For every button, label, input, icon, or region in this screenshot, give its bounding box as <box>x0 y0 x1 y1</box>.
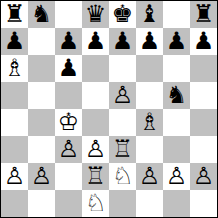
piece-black-king: ♚ <box>112 1 134 28</box>
piece-white-pawn: ♙ <box>139 163 161 190</box>
square-b3[interactable] <box>28 136 55 163</box>
piece-black-rook: ♜ <box>4 1 26 28</box>
square-c7[interactable]: ♟ <box>55 28 82 55</box>
square-h8[interactable]: ♜ <box>190 1 217 28</box>
piece-black-knight: ♞ <box>31 1 53 28</box>
square-e8[interactable]: ♚ <box>109 1 136 28</box>
square-g7[interactable]: ♟ <box>163 28 190 55</box>
square-d3[interactable]: ♙ <box>82 136 109 163</box>
square-c5[interactable] <box>55 82 82 109</box>
square-d8[interactable]: ♛ <box>82 1 109 28</box>
piece-black-pawn: ♟ <box>4 28 26 55</box>
piece-white-rook: ♖ <box>85 163 107 190</box>
square-c1[interactable] <box>55 190 82 217</box>
square-h5[interactable] <box>190 82 217 109</box>
square-b6[interactable] <box>28 55 55 82</box>
square-a4[interactable] <box>1 109 28 136</box>
square-d2[interactable]: ♖ <box>82 163 109 190</box>
piece-black-pawn: ♟ <box>58 28 80 55</box>
square-h4[interactable] <box>190 109 217 136</box>
square-e4[interactable] <box>109 109 136 136</box>
square-c2[interactable] <box>55 163 82 190</box>
piece-white-pawn: ♙ <box>58 136 80 163</box>
piece-white-king: ♔ <box>58 109 80 136</box>
square-c8[interactable] <box>55 1 82 28</box>
square-d6[interactable] <box>82 55 109 82</box>
square-f1[interactable] <box>136 190 163 217</box>
square-e1[interactable] <box>109 190 136 217</box>
square-h6[interactable] <box>190 55 217 82</box>
square-h7[interactable]: ♟ <box>190 28 217 55</box>
piece-white-knight: ♘ <box>112 163 134 190</box>
square-b4[interactable] <box>28 109 55 136</box>
square-b7[interactable] <box>28 28 55 55</box>
square-d7[interactable]: ♟ <box>82 28 109 55</box>
piece-white-pawn: ♙ <box>85 136 107 163</box>
square-g1[interactable] <box>163 190 190 217</box>
square-e2[interactable]: ♘ <box>109 163 136 190</box>
square-a2[interactable]: ♙ <box>1 163 28 190</box>
square-d1[interactable]: ♘ <box>82 190 109 217</box>
piece-black-rook: ♜ <box>193 1 215 28</box>
square-a8[interactable]: ♜ <box>1 1 28 28</box>
piece-black-pawn: ♟ <box>139 28 161 55</box>
square-g6[interactable] <box>163 55 190 82</box>
square-a1[interactable] <box>1 190 28 217</box>
piece-black-pawn: ♟ <box>58 55 80 82</box>
square-a3[interactable] <box>1 136 28 163</box>
square-f4[interactable]: ♗ <box>136 109 163 136</box>
square-f6[interactable] <box>136 55 163 82</box>
piece-black-knight: ♞ <box>166 82 188 109</box>
piece-black-pawn: ♟ <box>193 28 215 55</box>
square-b1[interactable] <box>28 190 55 217</box>
piece-white-bishop: ♗ <box>139 109 161 136</box>
piece-white-rook: ♖ <box>112 136 134 163</box>
piece-white-pawn: ♙ <box>193 163 215 190</box>
square-d4[interactable] <box>82 109 109 136</box>
square-f2[interactable]: ♙ <box>136 163 163 190</box>
square-c4[interactable]: ♔ <box>55 109 82 136</box>
chess-board: ♜♞♛♚♝♜♟♟♟♟♟♟♟♗♟♙♞♔♗♙♙♖♙♙♖♘♙♙♙♘ <box>0 0 218 218</box>
square-g5[interactable]: ♞ <box>163 82 190 109</box>
square-h1[interactable] <box>190 190 217 217</box>
piece-white-pawn: ♙ <box>166 163 188 190</box>
square-a7[interactable]: ♟ <box>1 28 28 55</box>
square-f5[interactable] <box>136 82 163 109</box>
square-a6[interactable]: ♗ <box>1 55 28 82</box>
square-f7[interactable]: ♟ <box>136 28 163 55</box>
square-g2[interactable]: ♙ <box>163 163 190 190</box>
piece-black-bishop: ♝ <box>139 1 161 28</box>
piece-white-bishop: ♗ <box>4 55 26 82</box>
square-b5[interactable] <box>28 82 55 109</box>
square-c3[interactable]: ♙ <box>55 136 82 163</box>
square-d5[interactable] <box>82 82 109 109</box>
square-e5[interactable]: ♙ <box>109 82 136 109</box>
piece-white-knight: ♘ <box>85 190 107 217</box>
square-c6[interactable]: ♟ <box>55 55 82 82</box>
square-h3[interactable] <box>190 136 217 163</box>
piece-black-pawn: ♟ <box>85 28 107 55</box>
square-e6[interactable] <box>109 55 136 82</box>
square-e3[interactable]: ♖ <box>109 136 136 163</box>
square-g4[interactable] <box>163 109 190 136</box>
piece-white-pawn: ♙ <box>4 163 26 190</box>
piece-black-pawn: ♟ <box>112 28 134 55</box>
square-h2[interactable]: ♙ <box>190 163 217 190</box>
piece-black-queen: ♛ <box>85 1 107 28</box>
square-f8[interactable]: ♝ <box>136 1 163 28</box>
square-a5[interactable] <box>1 82 28 109</box>
piece-white-pawn: ♙ <box>31 163 53 190</box>
piece-black-pawn: ♟ <box>166 28 188 55</box>
piece-white-pawn: ♙ <box>112 82 134 109</box>
square-g3[interactable] <box>163 136 190 163</box>
square-e7[interactable]: ♟ <box>109 28 136 55</box>
square-b8[interactable]: ♞ <box>28 1 55 28</box>
square-f3[interactable] <box>136 136 163 163</box>
square-b2[interactable]: ♙ <box>28 163 55 190</box>
square-g8[interactable] <box>163 1 190 28</box>
